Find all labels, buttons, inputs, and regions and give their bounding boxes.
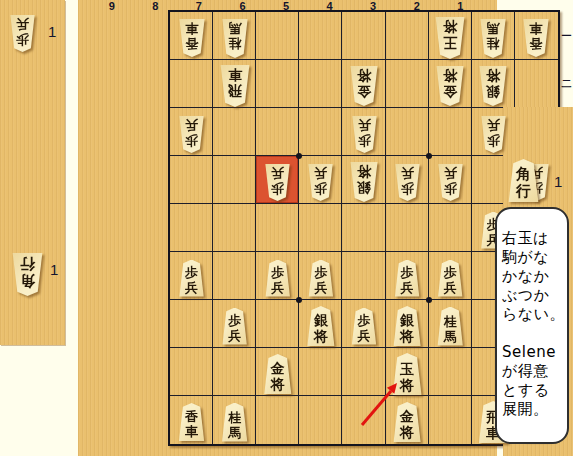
square-73[interactable] [256, 108, 299, 156]
piece-kanji: 兵 [358, 328, 371, 343]
piece-kanji: 歩 [444, 265, 457, 280]
file-label: 9 [90, 0, 134, 12]
piece-kanji: 銀 [357, 180, 371, 196]
piece-sente-bishop[interactable]: 角行 [507, 159, 540, 202]
bubble-line: 駒がな [502, 248, 564, 267]
piece-gote-knight[interactable]: 桂馬 [479, 19, 507, 58]
piece-face: 桂馬 [221, 403, 249, 442]
piece-kanji: 桂 [228, 36, 241, 51]
piece-kanji: 兵 [487, 118, 500, 133]
piece-face: 角行 [507, 159, 540, 202]
piece-kanji: 将 [443, 68, 457, 84]
piece-kanji: 将 [357, 68, 371, 84]
square-39[interactable] [429, 396, 472, 444]
square-95[interactable] [170, 204, 213, 252]
piece-face: 金将 [349, 66, 379, 106]
piece-face: 歩兵 [264, 164, 291, 201]
piece-kanji: 車 [185, 21, 198, 36]
square-84[interactable] [213, 156, 256, 204]
piece-kanji: 兵 [228, 328, 241, 343]
piece-kanji: 馬 [487, 21, 500, 36]
piece-face: 歩兵 [9, 15, 36, 52]
piece-sente-knight[interactable]: 桂馬 [221, 403, 249, 442]
piece-face: 歩兵 [264, 260, 291, 297]
piece-kanji: 香 [530, 36, 543, 51]
piece-kanji: 歩 [358, 133, 371, 148]
bubble-line: ぶつか [502, 286, 564, 305]
piece-kanji: 兵 [185, 118, 198, 133]
piece-gote-king[interactable]: 王将 [434, 17, 466, 59]
piece-kanji: 将 [400, 377, 414, 393]
piece-gote-pawn[interactable]: 歩兵 [9, 15, 36, 52]
bubble-line: 右玉は [502, 229, 564, 248]
piece-kanji: 角 [20, 272, 35, 289]
piece-kanji: 王 [443, 35, 457, 51]
piece-kanji: 桂 [228, 410, 241, 425]
star-point [426, 297, 432, 303]
square-85[interactable] [213, 204, 256, 252]
piece-kanji: 馬 [228, 21, 241, 36]
piece-kanji: 将 [357, 164, 371, 180]
piece-kanji: 歩 [271, 265, 284, 280]
piece-kanji: 車 [185, 424, 198, 439]
square-88[interactable] [213, 348, 256, 396]
piece-face: 香車 [522, 19, 550, 57]
piece-face: 銀将 [392, 306, 422, 346]
piece-kanji: 金 [357, 84, 371, 100]
piece-kanji: 車 [530, 21, 543, 36]
piece-kanji: 兵 [271, 280, 284, 295]
piece-kanji: 馬 [444, 329, 457, 344]
square-61[interactable] [299, 12, 342, 60]
piece-gote-pawn[interactable]: 歩兵 [437, 164, 464, 201]
piece-gote-pawn[interactable]: 歩兵 [480, 116, 507, 153]
piece-face: 歩兵 [221, 308, 248, 345]
piece-kanji: 歩 [185, 265, 198, 280]
piece-kanji: 玉 [400, 361, 414, 377]
piece-face: 歩兵 [178, 116, 205, 153]
piece-kanji: 将 [271, 376, 285, 392]
piece-kanji: 馬 [228, 425, 241, 440]
piece-face: 金将 [392, 402, 422, 442]
star-point [426, 153, 432, 159]
bubble-line [502, 324, 564, 343]
piece-kanji: 飛 [228, 83, 242, 99]
piece-gote-lance[interactable]: 香車 [522, 19, 550, 57]
gote-piece-stand[interactable]: 歩兵1角行1 [0, 0, 65, 345]
shogi-app-window: 歩兵1角行1 987654321 一二三四五六七八九 香車桂馬王将桂馬香車飛車金… [0, 0, 573, 456]
piece-sente-pawn[interactable]: 歩兵 [351, 308, 378, 345]
piece-kanji: 兵 [314, 280, 327, 295]
square-38[interactable] [429, 348, 472, 396]
piece-kanji: 兵 [444, 166, 457, 181]
piece-sente-gold[interactable]: 金将 [263, 354, 293, 394]
piece-face: 桂馬 [436, 307, 464, 346]
piece-gote-pawn[interactable]: 歩兵 [178, 116, 205, 153]
piece-kanji: 歩 [314, 181, 327, 196]
square-55[interactable] [342, 204, 385, 252]
square-45[interactable] [386, 204, 429, 252]
piece-kanji: 行 [20, 255, 35, 272]
piece-face: 香車 [178, 19, 206, 57]
piece-sente-king[interactable]: 玉将 [391, 353, 423, 395]
piece-face: 歩兵 [351, 308, 378, 345]
square-42[interactable] [386, 60, 429, 108]
piece-face: 歩兵 [437, 164, 464, 201]
piece-kanji: 香 [185, 409, 198, 424]
captured-count: 1 [50, 261, 58, 278]
piece-face: 歩兵 [178, 260, 205, 297]
piece-sente-pawn[interactable]: 歩兵 [178, 260, 205, 297]
piece-sente-knight[interactable]: 桂馬 [436, 307, 464, 346]
piece-kanji: 角 [516, 166, 531, 183]
rank-label: 二 [559, 60, 573, 108]
rank-label: 一 [559, 12, 573, 60]
piece-kanji: 兵 [185, 280, 198, 295]
piece-kanji: 桂 [487, 36, 500, 51]
square-35[interactable] [429, 204, 472, 252]
piece-gote-silver[interactable]: 銀将 [349, 162, 379, 202]
piece-kanji: 金 [400, 408, 414, 424]
piece-sente-pawn[interactable]: 歩兵 [307, 260, 334, 297]
square-92[interactable] [170, 60, 213, 108]
piece-face: 金将 [263, 354, 293, 394]
piece-kanji: 兵 [271, 166, 284, 181]
piece-face: 歩兵 [437, 260, 464, 297]
piece-kanji: 金 [443, 84, 457, 100]
piece-kanji: 車 [228, 67, 242, 83]
piece-face: 歩兵 [394, 260, 421, 297]
piece-kanji: 銀 [314, 312, 328, 328]
piece-sente-gold[interactable]: 金将 [392, 402, 422, 442]
piece-sente-pawn[interactable]: 歩兵 [437, 260, 464, 297]
piece-sente-pawn[interactable]: 歩兵 [394, 260, 421, 297]
piece-kanji: 行 [516, 183, 531, 200]
square-94[interactable] [170, 156, 213, 204]
piece-kanji: 兵 [358, 118, 371, 133]
piece-kanji: 歩 [358, 313, 371, 328]
piece-kanji: 香 [185, 36, 198, 51]
piece-kanji: 歩 [16, 32, 29, 47]
bubble-line: らない。 [502, 305, 564, 324]
star-point [296, 297, 302, 303]
piece-gote-gold[interactable]: 金将 [435, 66, 465, 106]
bubble-line: とする [502, 381, 564, 400]
square-41[interactable] [386, 12, 429, 60]
piece-kanji: 将 [486, 68, 500, 84]
bubble-line: Selene [502, 343, 564, 362]
piece-kanji: 兵 [314, 166, 327, 181]
piece-face: 香車 [178, 403, 206, 441]
piece-kanji: 将 [443, 19, 457, 35]
piece-kanji: 金 [271, 360, 285, 376]
square-72[interactable] [256, 60, 299, 108]
captured-count: 1 [554, 173, 562, 190]
piece-gote-pawn[interactable]: 歩兵 [307, 164, 334, 201]
square-68[interactable] [299, 348, 342, 396]
bubble-line: が得意 [502, 362, 564, 381]
square-12[interactable] [515, 60, 558, 108]
comment-bubble: 右玉は駒がなかなかぶつからない。Seleneが得意とする展開。 [495, 207, 569, 444]
square-79[interactable] [256, 396, 299, 444]
square-83[interactable] [213, 108, 256, 156]
piece-face: 歩兵 [394, 164, 421, 201]
piece-face: 角行 [11, 253, 44, 296]
piece-kanji: 将 [400, 424, 414, 440]
piece-gote-gold[interactable]: 金将 [349, 66, 379, 106]
piece-gote-silver[interactable]: 銀将 [478, 66, 508, 106]
board-frame: 987654321 一二三四五六七八九 香車桂馬王将桂馬香車飛車金将金将銀将歩兵… [78, 0, 497, 456]
captured-count: 1 [48, 23, 56, 40]
piece-face: 歩兵 [307, 260, 334, 297]
piece-gote-rook[interactable]: 飛車 [219, 65, 251, 107]
square-71[interactable] [256, 12, 299, 60]
square-51[interactable] [342, 12, 385, 60]
piece-kanji: 歩 [271, 181, 284, 196]
square-56[interactable] [342, 252, 385, 300]
piece-kanji: 兵 [401, 166, 414, 181]
piece-face: 銀将 [478, 66, 508, 106]
star-point [296, 153, 302, 159]
piece-kanji: 歩 [487, 133, 500, 148]
piece-kanji: 歩 [401, 181, 414, 196]
piece-sente-pawn[interactable]: 歩兵 [221, 308, 248, 345]
square-63[interactable] [299, 108, 342, 156]
piece-kanji: 歩 [401, 265, 414, 280]
piece-sente-pawn[interactable]: 歩兵 [264, 260, 291, 297]
piece-kanji: 兵 [401, 280, 414, 295]
piece-kanji: 銀 [400, 312, 414, 328]
square-43[interactable] [386, 108, 429, 156]
square-33[interactable] [429, 108, 472, 156]
piece-gote-pawn[interactable]: 歩兵 [394, 164, 421, 201]
piece-gote-pawn[interactable]: 歩兵 [351, 116, 378, 153]
square-58[interactable] [342, 348, 385, 396]
piece-kanji: 歩 [444, 181, 457, 196]
bubble-line: 展開。 [502, 400, 564, 419]
piece-sente-silver[interactable]: 銀将 [306, 306, 336, 346]
piece-kanji: 歩 [185, 133, 198, 148]
piece-gote-pawn[interactable]: 歩兵 [264, 164, 291, 201]
piece-kanji: 歩 [314, 265, 327, 280]
bubble-line: かなか [502, 267, 564, 286]
square-75[interactable] [256, 204, 299, 252]
square-69[interactable] [299, 396, 342, 444]
square-62[interactable] [299, 60, 342, 108]
piece-kanji: 桂 [444, 314, 457, 329]
piece-sente-silver[interactable]: 銀将 [392, 306, 422, 346]
piece-face: 金将 [435, 66, 465, 106]
piece-gote-lance[interactable]: 香車 [178, 19, 206, 57]
piece-face: 玉将 [391, 353, 423, 395]
square-86[interactable] [213, 252, 256, 300]
piece-face: 銀将 [306, 306, 336, 346]
piece-face: 飛車 [219, 65, 251, 107]
piece-gote-bishop[interactable]: 角行 [11, 253, 44, 296]
piece-face: 桂馬 [479, 19, 507, 58]
piece-sente-lance[interactable]: 香車 [178, 403, 206, 441]
piece-face: 歩兵 [351, 116, 378, 153]
square-98[interactable] [170, 348, 213, 396]
piece-face: 王将 [434, 17, 466, 59]
piece-face: 銀将 [349, 162, 379, 202]
piece-face: 歩兵 [307, 164, 334, 201]
piece-kanji: 兵 [16, 17, 29, 32]
piece-kanji: 銀 [486, 84, 500, 100]
square-97[interactable] [170, 300, 213, 348]
piece-face: 桂馬 [221, 19, 249, 58]
square-65[interactable] [299, 204, 342, 252]
square-77[interactable] [256, 300, 299, 348]
piece-kanji: 歩 [228, 313, 241, 328]
square-59[interactable] [342, 396, 385, 444]
piece-kanji: 将 [314, 328, 328, 344]
piece-kanji: 兵 [444, 280, 457, 295]
piece-face: 歩兵 [480, 116, 507, 153]
piece-gote-knight[interactable]: 桂馬 [221, 19, 249, 58]
piece-kanji: 将 [400, 328, 414, 344]
